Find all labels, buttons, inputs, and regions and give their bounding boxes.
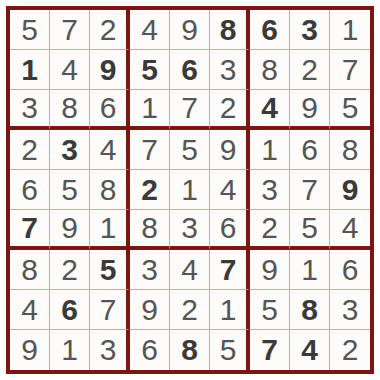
- cell-r6c9[interactable]: 4: [330, 210, 370, 250]
- cell-r3c2[interactable]: 8: [50, 90, 90, 130]
- cell-r1c8[interactable]: 3: [290, 10, 330, 50]
- cell-r1c2[interactable]: 7: [50, 10, 90, 50]
- cell-r8c6[interactable]: 1: [210, 290, 250, 330]
- cell-r2c2[interactable]: 4: [50, 50, 90, 90]
- cell-r7c4[interactable]: 3: [130, 250, 170, 290]
- cell-r6c4[interactable]: 8: [130, 210, 170, 250]
- cell-r8c3[interactable]: 7: [90, 290, 130, 330]
- cell-r7c8[interactable]: 1: [290, 250, 330, 290]
- cell-r3c3[interactable]: 6: [90, 90, 130, 130]
- cell-r8c5[interactable]: 2: [170, 290, 210, 330]
- cell-r9c7[interactable]: 7: [250, 330, 290, 370]
- cell-r9c6[interactable]: 5: [210, 330, 250, 370]
- cell-r3c7[interactable]: 4: [250, 90, 290, 130]
- cell-r2c6[interactable]: 3: [210, 50, 250, 90]
- cell-r8c1[interactable]: 4: [10, 290, 50, 330]
- cell-r4c4[interactable]: 7: [130, 130, 170, 170]
- cell-r3c8[interactable]: 9: [290, 90, 330, 130]
- cell-r6c5[interactable]: 3: [170, 210, 210, 250]
- cell-r9c8[interactable]: 4: [290, 330, 330, 370]
- cell-r8c8[interactable]: 8: [290, 290, 330, 330]
- cell-r5c7[interactable]: 3: [250, 170, 290, 210]
- cell-r5c3[interactable]: 8: [90, 170, 130, 210]
- cell-r4c9[interactable]: 8: [330, 130, 370, 170]
- cell-r3c5[interactable]: 7: [170, 90, 210, 130]
- cell-r5c4[interactable]: 2: [130, 170, 170, 210]
- cell-r2c5[interactable]: 6: [170, 50, 210, 90]
- cell-r9c9[interactable]: 2: [330, 330, 370, 370]
- cell-r6c8[interactable]: 5: [290, 210, 330, 250]
- cell-r7c6[interactable]: 7: [210, 250, 250, 290]
- cell-r1c9[interactable]: 1: [330, 10, 370, 50]
- cell-r7c2[interactable]: 2: [50, 250, 90, 290]
- cell-r1c6[interactable]: 8: [210, 10, 250, 50]
- cell-r2c1[interactable]: 1: [10, 50, 50, 90]
- cell-r9c2[interactable]: 1: [50, 330, 90, 370]
- cell-r2c8[interactable]: 2: [290, 50, 330, 90]
- cell-r4c8[interactable]: 6: [290, 130, 330, 170]
- cell-r7c9[interactable]: 6: [330, 250, 370, 290]
- cell-r4c6[interactable]: 9: [210, 130, 250, 170]
- cell-r7c3[interactable]: 5: [90, 250, 130, 290]
- cell-r8c2[interactable]: 6: [50, 290, 90, 330]
- cell-r8c7[interactable]: 5: [250, 290, 290, 330]
- cell-r7c5[interactable]: 4: [170, 250, 210, 290]
- cell-r5c6[interactable]: 4: [210, 170, 250, 210]
- cell-r3c1[interactable]: 3: [10, 90, 50, 130]
- cell-r5c1[interactable]: 6: [10, 170, 50, 210]
- cell-r4c1[interactable]: 2: [10, 130, 50, 170]
- cell-r1c5[interactable]: 9: [170, 10, 210, 50]
- cell-r8c4[interactable]: 9: [130, 290, 170, 330]
- cell-r5c5[interactable]: 1: [170, 170, 210, 210]
- cell-r6c2[interactable]: 9: [50, 210, 90, 250]
- cell-r4c3[interactable]: 4: [90, 130, 130, 170]
- cell-r6c7[interactable]: 2: [250, 210, 290, 250]
- cell-r4c5[interactable]: 5: [170, 130, 210, 170]
- cell-r4c7[interactable]: 1: [250, 130, 290, 170]
- cell-r6c1[interactable]: 7: [10, 210, 50, 250]
- cell-r1c7[interactable]: 6: [250, 10, 290, 50]
- cell-r9c4[interactable]: 6: [130, 330, 170, 370]
- cell-r2c3[interactable]: 9: [90, 50, 130, 90]
- cell-r1c1[interactable]: 5: [10, 10, 50, 50]
- cell-r9c3[interactable]: 3: [90, 330, 130, 370]
- cell-r1c4[interactable]: 4: [130, 10, 170, 50]
- cell-r2c7[interactable]: 8: [250, 50, 290, 90]
- cell-r3c6[interactable]: 2: [210, 90, 250, 130]
- sudoku-board: 5724986311495638273861724952347591686582…: [6, 6, 374, 374]
- cell-r2c9[interactable]: 7: [330, 50, 370, 90]
- cell-r9c1[interactable]: 9: [10, 330, 50, 370]
- cell-r7c1[interactable]: 8: [10, 250, 50, 290]
- cell-r2c4[interactable]: 5: [130, 50, 170, 90]
- cell-r3c9[interactable]: 5: [330, 90, 370, 130]
- cell-r8c9[interactable]: 3: [330, 290, 370, 330]
- cell-r6c3[interactable]: 1: [90, 210, 130, 250]
- cell-r3c4[interactable]: 1: [130, 90, 170, 130]
- cell-r4c2[interactable]: 3: [50, 130, 90, 170]
- cell-r5c8[interactable]: 7: [290, 170, 330, 210]
- cell-r7c7[interactable]: 9: [250, 250, 290, 290]
- cell-r6c6[interactable]: 6: [210, 210, 250, 250]
- cell-r5c9[interactable]: 9: [330, 170, 370, 210]
- cell-r1c3[interactable]: 2: [90, 10, 130, 50]
- cell-r9c5[interactable]: 8: [170, 330, 210, 370]
- cell-r5c2[interactable]: 5: [50, 170, 90, 210]
